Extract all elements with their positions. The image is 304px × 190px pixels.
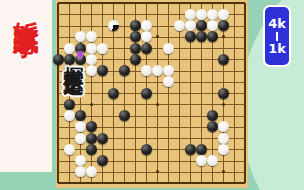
thumbnail-scene: 斩断实战恶手 探索棋之正道 4k 1k: [0, 0, 304, 190]
white-stone[interactable]: [141, 20, 152, 31]
white-stone[interactable]: [163, 43, 174, 54]
black-stone[interactable]: [196, 20, 207, 31]
black-stone[interactable]: [75, 110, 86, 121]
white-stone[interactable]: [185, 20, 196, 31]
black-stone[interactable]: [196, 144, 207, 155]
black-stone[interactable]: [141, 144, 152, 155]
white-stone[interactable]: [218, 144, 229, 155]
white-stone[interactable]: [174, 20, 185, 31]
star-point: [156, 103, 159, 106]
white-stone[interactable]: [64, 144, 75, 155]
white-stone[interactable]: [86, 31, 97, 42]
white-stone[interactable]: [75, 155, 86, 166]
white-stone[interactable]: [86, 54, 97, 65]
black-stone[interactable]: [119, 110, 130, 121]
white-stone[interactable]: [218, 121, 229, 132]
white-stone[interactable]: [207, 20, 218, 31]
black-stone[interactable]: [130, 20, 141, 31]
black-stone[interactable]: [86, 121, 97, 132]
banner-title: 斩断实战恶手: [13, 2, 40, 14]
grid-line-horizontal: [58, 182, 245, 184]
rank-top: 4k: [268, 17, 286, 31]
white-stone[interactable]: [207, 155, 218, 166]
black-stone[interactable]: [196, 31, 207, 42]
go-board[interactable]: [56, 0, 248, 188]
star-point: [156, 170, 159, 173]
black-stone[interactable]: [185, 31, 196, 42]
rank-bottom: 1k: [268, 42, 286, 56]
black-stone[interactable]: [108, 88, 119, 99]
black-stone[interactable]: [185, 144, 196, 155]
white-stone[interactable]: [97, 43, 108, 54]
black-stone[interactable]: [97, 65, 108, 76]
white-stone[interactable]: [86, 166, 97, 177]
grid-line-horizontal: [58, 93, 245, 94]
white-stone[interactable]: [218, 133, 229, 144]
white-stone[interactable]: [163, 65, 174, 76]
grid-line-horizontal: [58, 104, 245, 105]
black-stone[interactable]: [97, 133, 108, 144]
black-stone[interactable]: [130, 43, 141, 54]
white-stone[interactable]: [64, 110, 75, 121]
star-point: [222, 35, 225, 38]
white-stone[interactable]: [152, 65, 163, 76]
star-point: [222, 170, 225, 173]
grid-line-horizontal: [58, 82, 245, 83]
black-stone[interactable]: [207, 110, 218, 121]
star-point: [90, 103, 93, 106]
white-stone[interactable]: [163, 76, 174, 87]
black-stone[interactable]: [97, 155, 108, 166]
black-stone[interactable]: [207, 31, 218, 42]
black-stone[interactable]: [130, 54, 141, 65]
black-stone[interactable]: [218, 54, 229, 65]
star-point: [222, 103, 225, 106]
white-stone[interactable]: [86, 43, 97, 54]
black-stone[interactable]: [119, 65, 130, 76]
slogan-overlay: 探索棋之正道: [63, 50, 85, 62]
black-stone[interactable]: [64, 99, 75, 110]
grid-line-horizontal: [58, 2, 245, 4]
black-stone[interactable]: [86, 133, 97, 144]
black-stone[interactable]: [130, 31, 141, 42]
black-stone[interactable]: [141, 88, 152, 99]
white-stone[interactable]: [218, 9, 229, 20]
black-stone[interactable]: [218, 20, 229, 31]
white-stone[interactable]: [141, 65, 152, 76]
white-stone[interactable]: [75, 31, 86, 42]
white-stone[interactable]: [196, 155, 207, 166]
white-stone[interactable]: [75, 166, 86, 177]
white-stone[interactable]: [196, 9, 207, 20]
white-stone[interactable]: [141, 31, 152, 42]
rank-dash-icon: [276, 32, 278, 41]
black-stone[interactable]: [64, 65, 75, 76]
marked-white-stone[interactable]: [108, 20, 119, 31]
black-stone[interactable]: [218, 88, 229, 99]
rank-badge: 4k 1k: [263, 5, 291, 67]
white-stone[interactable]: [207, 9, 218, 20]
white-stone[interactable]: [75, 121, 86, 132]
white-stone[interactable]: [86, 65, 97, 76]
black-stone[interactable]: [207, 121, 218, 132]
white-stone[interactable]: [185, 9, 196, 20]
black-stone[interactable]: [86, 144, 97, 155]
white-stone[interactable]: [75, 133, 86, 144]
black-wedge-marker-icon: [108, 20, 119, 31]
black-stone[interactable]: [141, 43, 152, 54]
star-point: [156, 35, 159, 38]
left-banner: 斩断实战恶手: [0, 0, 52, 172]
